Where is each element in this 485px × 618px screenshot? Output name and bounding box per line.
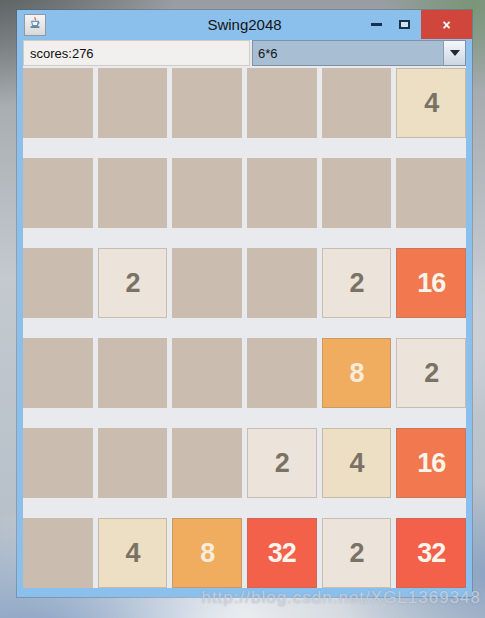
tile-r1c6-value-4: 4 bbox=[396, 68, 466, 138]
tile-r4c2-empty bbox=[98, 338, 168, 408]
tile-r2c6-empty bbox=[396, 158, 466, 228]
tile-r3c5-value-2: 2 bbox=[322, 248, 392, 318]
tile-r5c5-value-4: 4 bbox=[322, 428, 392, 498]
tile-r6c5-value-2: 2 bbox=[322, 518, 392, 588]
tile-r1c1-empty bbox=[23, 68, 93, 138]
game-board-6x6: 422168224164832232 bbox=[23, 66, 466, 588]
tile-r5c2-empty bbox=[98, 428, 168, 498]
tile-r1c4-empty bbox=[247, 68, 317, 138]
tile-r2c1-empty bbox=[23, 158, 93, 228]
tile-r6c2-value-4: 4 bbox=[98, 518, 168, 588]
tile-r5c6-value-16: 16 bbox=[396, 428, 466, 498]
tile-r6c6-value-32: 32 bbox=[396, 518, 466, 588]
tile-r2c3-empty bbox=[172, 158, 242, 228]
combobox-dropdown-button[interactable] bbox=[443, 41, 465, 65]
tile-r4c1-empty bbox=[23, 338, 93, 408]
tile-r4c4-empty bbox=[247, 338, 317, 408]
toolbar: scores:276 6*6 bbox=[23, 40, 466, 66]
tile-r6c3-value-8: 8 bbox=[172, 518, 242, 588]
tile-r4c6-value-2: 2 bbox=[396, 338, 466, 408]
tile-r1c5-empty bbox=[322, 68, 392, 138]
minimize-button[interactable] bbox=[363, 10, 389, 38]
tile-r3c2-value-2: 2 bbox=[98, 248, 168, 318]
tile-r5c1-empty bbox=[23, 428, 93, 498]
title-bar[interactable]: Swing2048 × bbox=[17, 10, 472, 40]
tile-r2c5-empty bbox=[322, 158, 392, 228]
app-window: Swing2048 × scores:276 6*6 4221682241648… bbox=[17, 10, 472, 597]
tile-r5c4-value-2: 2 bbox=[247, 428, 317, 498]
tile-r2c2-empty bbox=[98, 158, 168, 228]
tile-r3c6-value-16: 16 bbox=[396, 248, 466, 318]
chevron-down-icon bbox=[450, 50, 460, 56]
tile-r5c3-empty bbox=[172, 428, 242, 498]
tile-r3c1-empty bbox=[23, 248, 93, 318]
tile-r6c1-empty bbox=[23, 518, 93, 588]
tile-r2c4-empty bbox=[247, 158, 317, 228]
tile-r4c5-value-8: 8 bbox=[322, 338, 392, 408]
window-content: scores:276 6*6 422168224164832232 bbox=[23, 40, 466, 588]
close-button[interactable]: × bbox=[421, 10, 472, 39]
board-size-combobox[interactable]: 6*6 bbox=[252, 40, 466, 66]
close-icon: × bbox=[442, 17, 450, 33]
tile-r3c3-empty bbox=[172, 248, 242, 318]
tile-r1c3-empty bbox=[172, 68, 242, 138]
combobox-value: 6*6 bbox=[253, 41, 443, 65]
tile-r3c4-empty bbox=[247, 248, 317, 318]
tile-r6c4-value-32: 32 bbox=[247, 518, 317, 588]
tile-r1c2-empty bbox=[98, 68, 168, 138]
maximize-button[interactable] bbox=[391, 10, 417, 38]
minimize-icon bbox=[371, 23, 382, 26]
maximize-icon bbox=[399, 20, 410, 29]
tile-r4c3-empty bbox=[172, 338, 242, 408]
score-label: scores:276 bbox=[23, 40, 250, 66]
